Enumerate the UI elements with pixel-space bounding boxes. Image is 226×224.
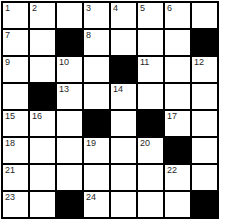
white-cell-r6c3[interactable] <box>57 138 82 163</box>
white-cell-r7c6[interactable] <box>138 165 163 190</box>
white-cell-r4c6[interactable] <box>138 84 163 109</box>
white-cell-r6c8[interactable] <box>192 138 217 163</box>
white-cell-r4c7[interactable] <box>165 84 190 109</box>
white-cell-r1c4[interactable]: 3 <box>84 3 109 28</box>
clue-number-5: 5 <box>140 3 145 14</box>
white-cell-r1c8[interactable] <box>192 3 217 28</box>
white-cell-r2c4[interactable]: 8 <box>84 30 109 55</box>
clue-number-18: 18 <box>5 138 15 149</box>
black-cell-r8c3 <box>57 192 82 217</box>
white-cell-r7c3[interactable] <box>57 165 82 190</box>
black-cell-r4c2 <box>30 84 55 109</box>
clue-number-3: 3 <box>86 3 91 14</box>
white-cell-r2c7[interactable] <box>165 30 190 55</box>
clue-number-16: 16 <box>32 111 42 122</box>
white-cell-r2c6[interactable] <box>138 30 163 55</box>
white-cell-r7c5[interactable] <box>111 165 136 190</box>
black-cell-r6c7 <box>165 138 190 163</box>
white-cell-r6c4[interactable]: 19 <box>84 138 109 163</box>
clue-number-8: 8 <box>86 30 91 41</box>
white-cell-r1c1[interactable]: 1 <box>3 3 28 28</box>
white-cell-r3c3[interactable]: 10 <box>57 57 82 82</box>
white-cell-r5c3[interactable] <box>57 111 82 136</box>
white-cell-r4c1[interactable] <box>3 84 28 109</box>
clue-number-12: 12 <box>194 57 204 68</box>
crossword-grid: 123456789101112131415161718192021222324 <box>1 1 219 219</box>
clue-number-6: 6 <box>167 3 172 14</box>
white-cell-r3c6[interactable]: 11 <box>138 57 163 82</box>
clue-number-7: 7 <box>5 30 10 41</box>
clue-number-14: 14 <box>113 84 123 95</box>
white-cell-r3c1[interactable]: 9 <box>3 57 28 82</box>
white-cell-r5c8[interactable] <box>192 111 217 136</box>
clue-number-4: 4 <box>113 3 118 14</box>
white-cell-r7c2[interactable] <box>30 165 55 190</box>
white-cell-r1c3[interactable] <box>57 3 82 28</box>
page: 123456789101112131415161718192021222324 <box>0 0 226 220</box>
white-cell-r7c4[interactable] <box>84 165 109 190</box>
black-cell-r3c5 <box>111 57 136 82</box>
white-cell-r8c2[interactable] <box>30 192 55 217</box>
white-cell-r7c8[interactable] <box>192 165 217 190</box>
black-cell-r5c6 <box>138 111 163 136</box>
white-cell-r3c8[interactable]: 12 <box>192 57 217 82</box>
clue-number-10: 10 <box>59 57 69 68</box>
white-cell-r6c2[interactable] <box>30 138 55 163</box>
white-cell-r6c1[interactable]: 18 <box>3 138 28 163</box>
clue-number-1: 1 <box>5 3 10 14</box>
white-cell-r2c5[interactable] <box>111 30 136 55</box>
white-cell-r4c8[interactable] <box>192 84 217 109</box>
white-cell-r8c6[interactable] <box>138 192 163 217</box>
clue-number-17: 17 <box>167 111 177 122</box>
clue-number-13: 13 <box>59 84 69 95</box>
white-cell-r8c7[interactable] <box>165 192 190 217</box>
white-cell-r6c6[interactable]: 20 <box>138 138 163 163</box>
black-cell-r8c8 <box>192 192 217 217</box>
white-cell-r3c7[interactable] <box>165 57 190 82</box>
black-cell-r2c3 <box>57 30 82 55</box>
clue-number-20: 20 <box>140 138 150 149</box>
clue-number-2: 2 <box>32 3 37 14</box>
white-cell-r1c2[interactable]: 2 <box>30 3 55 28</box>
clue-number-15: 15 <box>5 111 15 122</box>
white-cell-r3c4[interactable] <box>84 57 109 82</box>
white-cell-r8c5[interactable] <box>111 192 136 217</box>
white-cell-r4c4[interactable] <box>84 84 109 109</box>
white-cell-r1c6[interactable]: 5 <box>138 3 163 28</box>
white-cell-r2c1[interactable]: 7 <box>3 30 28 55</box>
white-cell-r1c7[interactable]: 6 <box>165 3 190 28</box>
white-cell-r1c5[interactable]: 4 <box>111 3 136 28</box>
clue-number-11: 11 <box>140 57 149 68</box>
clue-number-23: 23 <box>5 192 15 203</box>
white-cell-r8c1[interactable]: 23 <box>3 192 28 217</box>
clue-number-22: 22 <box>167 165 177 176</box>
black-cell-r2c8 <box>192 30 217 55</box>
white-cell-r7c1[interactable]: 21 <box>3 165 28 190</box>
clue-number-19: 19 <box>86 138 96 149</box>
clue-number-21: 21 <box>5 165 15 176</box>
white-cell-r4c5[interactable]: 14 <box>111 84 136 109</box>
black-cell-r5c4 <box>84 111 109 136</box>
white-cell-r3c2[interactable] <box>30 57 55 82</box>
white-cell-r6c5[interactable] <box>111 138 136 163</box>
white-cell-r7c7[interactable]: 22 <box>165 165 190 190</box>
white-cell-r8c4[interactable]: 24 <box>84 192 109 217</box>
white-cell-r5c2[interactable]: 16 <box>30 111 55 136</box>
clue-number-9: 9 <box>5 57 10 68</box>
white-cell-r4c3[interactable]: 13 <box>57 84 82 109</box>
white-cell-r5c1[interactable]: 15 <box>3 111 28 136</box>
white-cell-r2c2[interactable] <box>30 30 55 55</box>
white-cell-r5c7[interactable]: 17 <box>165 111 190 136</box>
clue-number-24: 24 <box>86 192 96 203</box>
white-cell-r5c5[interactable] <box>111 111 136 136</box>
